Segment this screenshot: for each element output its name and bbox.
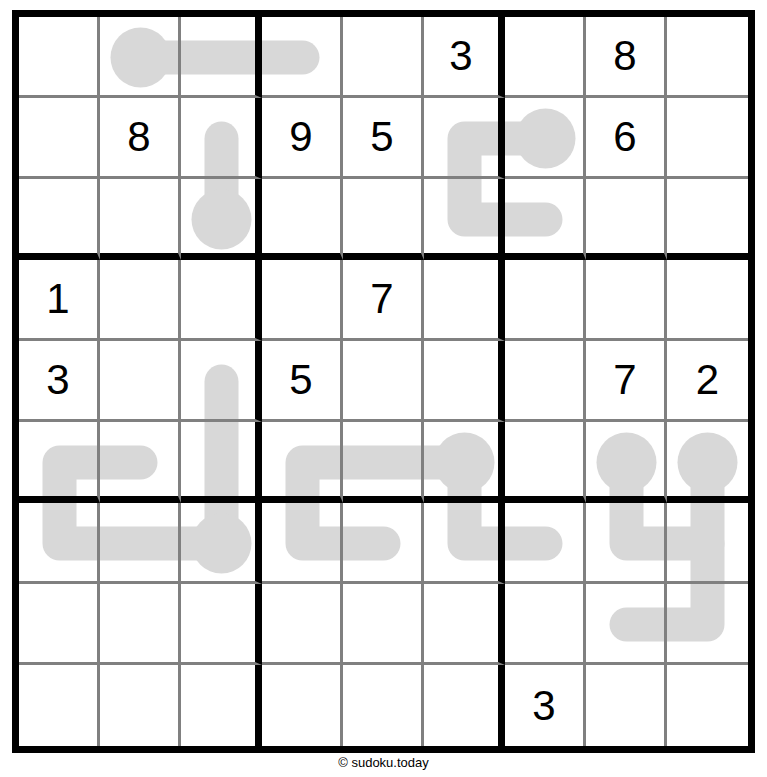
cell-r4c1[interactable]: 1 <box>19 260 100 341</box>
given-digit: 2 <box>696 359 719 401</box>
cell-r2c8[interactable]: 6 <box>586 98 667 179</box>
cell-r7c4[interactable] <box>262 503 343 584</box>
cell-r8c4[interactable] <box>262 584 343 665</box>
cell-r5c7[interactable] <box>505 341 586 422</box>
cell-r1c3[interactable] <box>181 17 262 98</box>
cell-r9c6[interactable] <box>424 665 505 746</box>
cell-r5c5[interactable] <box>343 341 424 422</box>
cell-r3c1[interactable] <box>19 179 100 260</box>
cell-r7c2[interactable] <box>100 503 181 584</box>
given-digit: 3 <box>46 359 69 401</box>
cell-r3c4[interactable] <box>262 179 343 260</box>
cell-r4c7[interactable] <box>505 260 586 341</box>
cell-r2c1[interactable] <box>19 98 100 179</box>
cell-r7c8[interactable] <box>586 503 667 584</box>
cell-r2c9[interactable] <box>667 98 748 179</box>
cell-r9c2[interactable] <box>100 665 181 746</box>
cell-r8c3[interactable] <box>181 584 262 665</box>
cell-r9c9[interactable] <box>667 665 748 746</box>
cell-r9c8[interactable] <box>586 665 667 746</box>
cell-r1c5[interactable] <box>343 17 424 98</box>
cell-r8c1[interactable] <box>19 584 100 665</box>
cell-r6c1[interactable] <box>19 422 100 503</box>
cell-r9c4[interactable] <box>262 665 343 746</box>
cell-r7c7[interactable] <box>505 503 586 584</box>
sudoku-page: 3889561735723 © sudoku.today <box>0 0 767 777</box>
cell-r6c3[interactable] <box>181 422 262 503</box>
cell-r1c7[interactable] <box>505 17 586 98</box>
cell-r9c5[interactable] <box>343 665 424 746</box>
cell-r1c2[interactable] <box>100 17 181 98</box>
cell-r5c9[interactable]: 2 <box>667 341 748 422</box>
cell-r6c6[interactable] <box>424 422 505 503</box>
cell-r8c7[interactable] <box>505 584 586 665</box>
cell-r4c2[interactable] <box>100 260 181 341</box>
cell-r1c1[interactable] <box>19 17 100 98</box>
given-digit: 8 <box>127 116 150 158</box>
given-digit: 7 <box>613 359 636 401</box>
cell-r8c5[interactable] <box>343 584 424 665</box>
cell-r6c7[interactable] <box>505 422 586 503</box>
cell-r8c9[interactable] <box>667 584 748 665</box>
given-digit: 1 <box>46 278 69 320</box>
given-digit: 3 <box>449 35 472 77</box>
cell-r2c2[interactable]: 8 <box>100 98 181 179</box>
cell-r1c4[interactable] <box>262 17 343 98</box>
cell-r1c6[interactable]: 3 <box>424 17 505 98</box>
cell-r3c5[interactable] <box>343 179 424 260</box>
given-digit: 8 <box>613 35 636 77</box>
cell-r5c3[interactable] <box>181 341 262 422</box>
cell-r3c3[interactable] <box>181 179 262 260</box>
cell-r5c1[interactable]: 3 <box>19 341 100 422</box>
cell-r8c2[interactable] <box>100 584 181 665</box>
cell-r3c2[interactable] <box>100 179 181 260</box>
cell-r1c8[interactable]: 8 <box>586 17 667 98</box>
cell-r3c9[interactable] <box>667 179 748 260</box>
cell-r5c2[interactable] <box>100 341 181 422</box>
cell-r4c9[interactable] <box>667 260 748 341</box>
given-digit: 9 <box>289 116 312 158</box>
sudoku-board: 3889561735723 <box>12 10 755 753</box>
cell-r6c5[interactable] <box>343 422 424 503</box>
cell-r8c8[interactable] <box>586 584 667 665</box>
cell-r2c5[interactable]: 5 <box>343 98 424 179</box>
cell-r2c4[interactable]: 9 <box>262 98 343 179</box>
cell-r3c8[interactable] <box>586 179 667 260</box>
given-digit: 5 <box>370 116 393 158</box>
cell-r6c9[interactable] <box>667 422 748 503</box>
sudoku-grid: 3889561735723 <box>19 17 748 746</box>
cell-r9c3[interactable] <box>181 665 262 746</box>
cell-r4c3[interactable] <box>181 260 262 341</box>
cell-r6c2[interactable] <box>100 422 181 503</box>
cell-r9c1[interactable] <box>19 665 100 746</box>
cell-r3c6[interactable] <box>424 179 505 260</box>
cell-r6c8[interactable] <box>586 422 667 503</box>
cell-r1c9[interactable] <box>667 17 748 98</box>
credit-text: © sudoku.today <box>0 755 767 770</box>
given-digit: 3 <box>532 685 555 727</box>
cell-r4c4[interactable] <box>262 260 343 341</box>
cell-r5c4[interactable]: 5 <box>262 341 343 422</box>
cell-r3c7[interactable] <box>505 179 586 260</box>
cell-r7c3[interactable] <box>181 503 262 584</box>
cell-r5c8[interactable]: 7 <box>586 341 667 422</box>
given-digit: 5 <box>289 359 312 401</box>
cell-r2c3[interactable] <box>181 98 262 179</box>
cell-r4c8[interactable] <box>586 260 667 341</box>
cell-r7c6[interactable] <box>424 503 505 584</box>
cell-r9c7[interactable]: 3 <box>505 665 586 746</box>
given-digit: 6 <box>613 116 636 158</box>
cell-r7c5[interactable] <box>343 503 424 584</box>
cell-r4c5[interactable]: 7 <box>343 260 424 341</box>
cell-r7c1[interactable] <box>19 503 100 584</box>
cell-r8c6[interactable] <box>424 584 505 665</box>
cell-r5c6[interactable] <box>424 341 505 422</box>
given-digit: 7 <box>370 278 393 320</box>
cell-r6c4[interactable] <box>262 422 343 503</box>
cell-r7c9[interactable] <box>667 503 748 584</box>
cell-r2c7[interactable] <box>505 98 586 179</box>
cell-r4c6[interactable] <box>424 260 505 341</box>
cell-r2c6[interactable] <box>424 98 505 179</box>
